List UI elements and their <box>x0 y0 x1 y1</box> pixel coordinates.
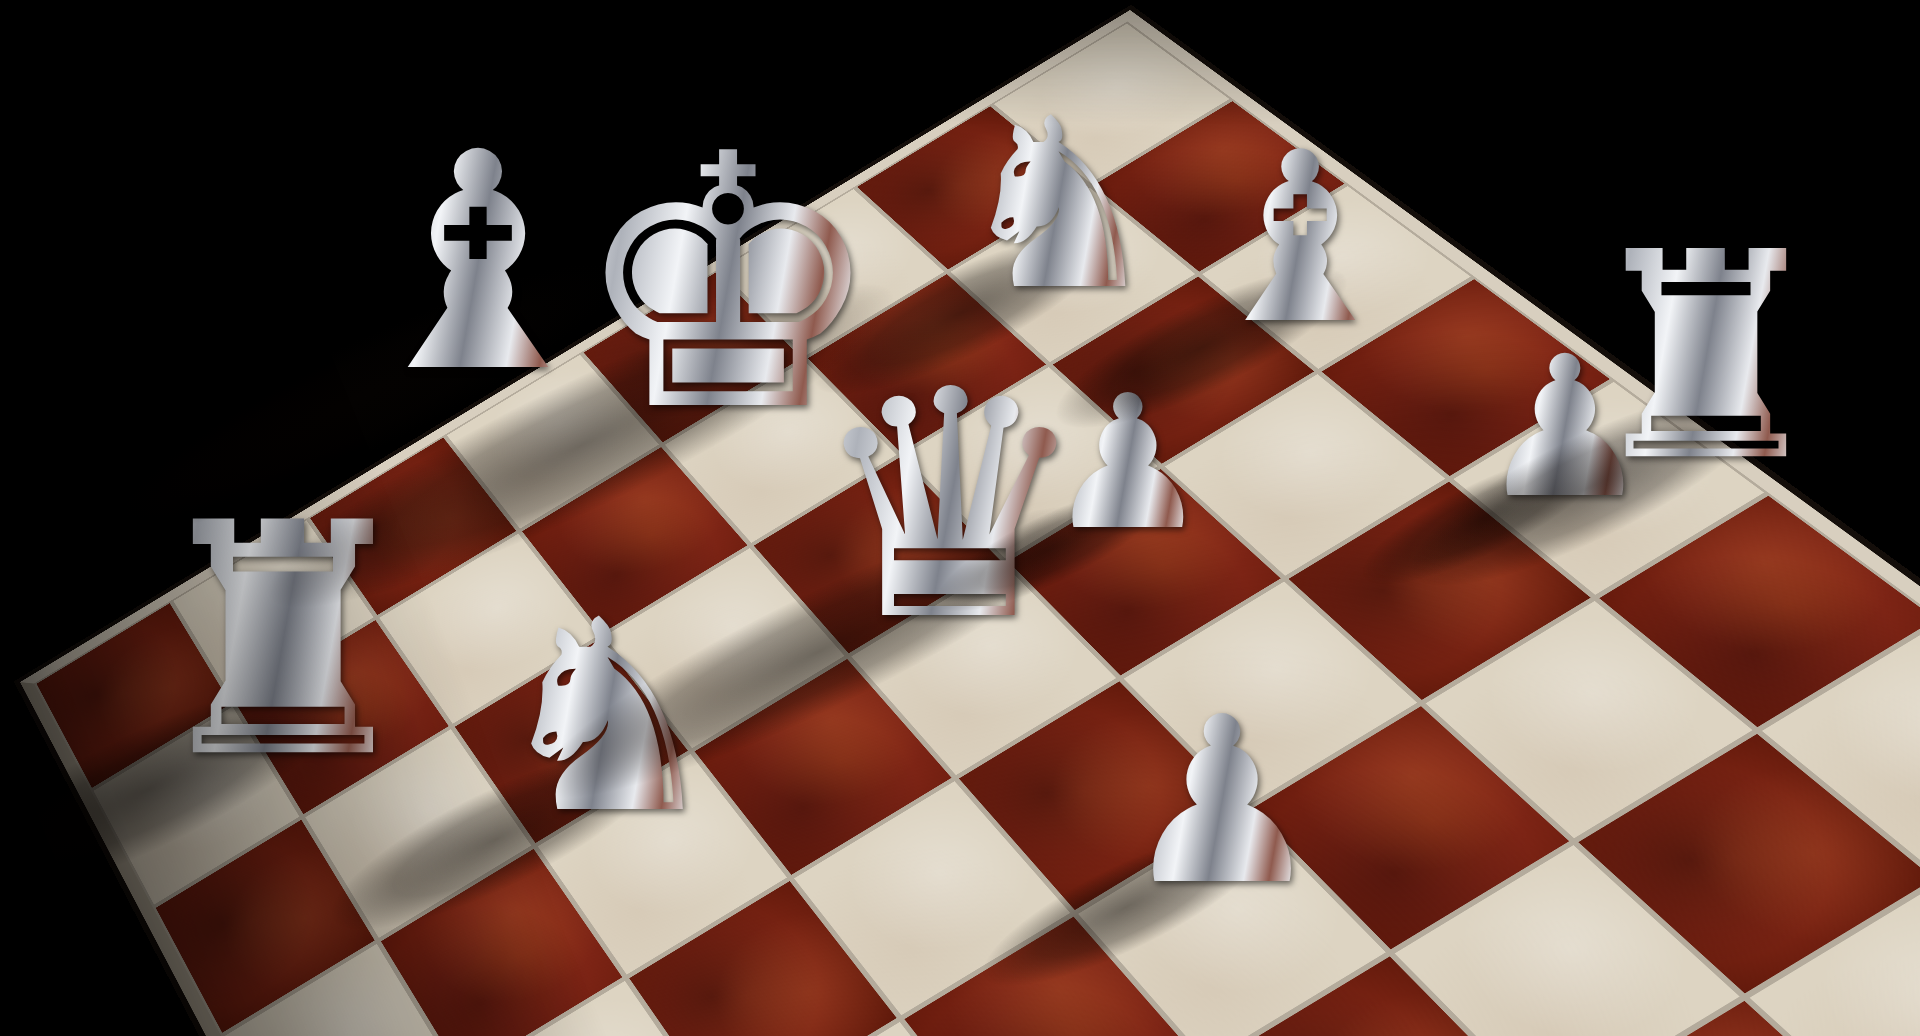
chess-scene: ♜♞♝♚♛♟♟♞♝♟♜ <box>0 0 1920 1036</box>
piece-silver-bishop-c8[interactable]: ♝ <box>1195 117 1406 361</box>
piece-silver-knight-b7[interactable]: ♞ <box>953 83 1164 327</box>
pawn-f5-glyph: ♟ <box>1119 668 1325 935</box>
piece-silver-rook-f8[interactable]: ♜ <box>1578 209 1834 505</box>
bishop-c8-glyph: ♝ <box>1195 102 1406 375</box>
rook-f8-glyph: ♜ <box>1578 191 1834 523</box>
knight-b7-glyph: ♞ <box>953 68 1164 341</box>
piece-silver-pawn-f5[interactable]: ♟ <box>1119 682 1325 921</box>
